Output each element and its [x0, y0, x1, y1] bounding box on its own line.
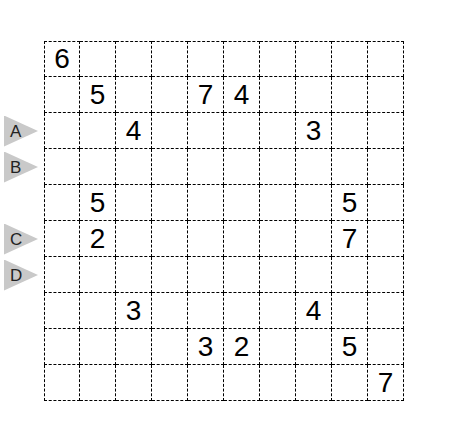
cell-r4c4[interactable]	[152, 149, 188, 185]
cell-r10c6[interactable]	[224, 365, 260, 401]
cell-r7c10[interactable]	[368, 257, 404, 293]
cell-r10c9[interactable]	[332, 365, 368, 401]
cell-r3c6[interactable]	[224, 113, 260, 149]
cell-r8c1[interactable]	[44, 293, 80, 329]
cell-r10c2[interactable]	[80, 365, 116, 401]
cell-r4c6[interactable]	[224, 149, 260, 185]
cell-r8c8[interactable]: 4	[296, 293, 332, 329]
cell-r9c2[interactable]	[80, 329, 116, 365]
puzzle-page: 6574435527343257 ABCD	[0, 0, 449, 442]
cell-r9c4[interactable]	[152, 329, 188, 365]
cell-r8c10[interactable]	[368, 293, 404, 329]
cell-r1c3[interactable]	[116, 41, 152, 77]
cell-r1c7[interactable]	[260, 41, 296, 77]
cell-r3c1[interactable]	[44, 113, 80, 149]
cell-r2c7[interactable]	[260, 77, 296, 113]
cell-r8c7[interactable]	[260, 293, 296, 329]
clue-number: 5	[342, 189, 358, 217]
cell-r7c5[interactable]	[188, 257, 224, 293]
cell-r4c10[interactable]	[368, 149, 404, 185]
cell-r8c9[interactable]	[332, 293, 368, 329]
cell-r6c7[interactable]	[260, 221, 296, 257]
cell-r2c1[interactable]	[44, 77, 80, 113]
cell-r9c8[interactable]	[296, 329, 332, 365]
cell-r2c10[interactable]	[368, 77, 404, 113]
cell-r3c3[interactable]: 4	[116, 113, 152, 149]
cell-r6c1[interactable]	[44, 221, 80, 257]
cell-r2c2[interactable]: 5	[80, 77, 116, 113]
cell-r5c7[interactable]	[260, 185, 296, 221]
cell-r8c6[interactable]	[224, 293, 260, 329]
clue-number: 7	[198, 81, 214, 109]
cell-r6c8[interactable]	[296, 221, 332, 257]
cell-r2c3[interactable]	[116, 77, 152, 113]
cell-r6c3[interactable]	[116, 221, 152, 257]
cell-r9c6[interactable]: 2	[224, 329, 260, 365]
cell-r6c6[interactable]	[224, 221, 260, 257]
cell-r5c1[interactable]	[44, 185, 80, 221]
cell-r10c8[interactable]	[296, 365, 332, 401]
cell-r6c10[interactable]	[368, 221, 404, 257]
cell-r8c2[interactable]	[80, 293, 116, 329]
cell-r3c4[interactable]	[152, 113, 188, 149]
clue-number: 5	[90, 81, 106, 109]
clue-number: 2	[234, 333, 250, 361]
cell-r9c3[interactable]	[116, 329, 152, 365]
cell-r1c2[interactable]	[80, 41, 116, 77]
cell-r5c5[interactable]	[188, 185, 224, 221]
cell-r10c4[interactable]	[152, 365, 188, 401]
cell-r4c1[interactable]	[44, 149, 80, 185]
cell-r6c2[interactable]: 2	[80, 221, 116, 257]
row-marker-label: C	[10, 231, 22, 248]
cell-r1c10[interactable]	[368, 41, 404, 77]
cell-r8c4[interactable]	[152, 293, 188, 329]
cell-r7c9[interactable]	[332, 257, 368, 293]
cell-r4c9[interactable]	[332, 149, 368, 185]
cell-r4c2[interactable]	[80, 149, 116, 185]
cell-r5c10[interactable]	[368, 185, 404, 221]
cell-r2c8[interactable]	[296, 77, 332, 113]
clue-number: 6	[54, 45, 70, 73]
cell-r9c10[interactable]	[368, 329, 404, 365]
puzzle-grid: 6574435527343257	[44, 41, 404, 401]
cell-r2c5[interactable]: 7	[188, 77, 224, 113]
cell-r7c4[interactable]	[152, 257, 188, 293]
clue-number: 3	[306, 117, 322, 145]
cell-r3c2[interactable]	[80, 113, 116, 149]
cell-r4c3[interactable]	[116, 149, 152, 185]
clue-number: 4	[306, 297, 322, 325]
cell-r4c5[interactable]	[188, 149, 224, 185]
clue-number: 5	[90, 189, 106, 217]
cell-r7c1[interactable]	[44, 257, 80, 293]
cell-r1c5[interactable]	[188, 41, 224, 77]
cell-r9c9[interactable]: 5	[332, 329, 368, 365]
cell-r1c4[interactable]	[152, 41, 188, 77]
clue-number: 3	[198, 333, 214, 361]
cell-r5c6[interactable]	[224, 185, 260, 221]
cell-r3c7[interactable]	[260, 113, 296, 149]
cell-r10c10[interactable]: 7	[368, 365, 404, 401]
row-marker-label: B	[10, 159, 21, 176]
cell-r7c2[interactable]	[80, 257, 116, 293]
cell-r5c8[interactable]	[296, 185, 332, 221]
cell-r3c8[interactable]: 3	[296, 113, 332, 149]
clue-number: 4	[126, 117, 142, 145]
row-marker-label: A	[10, 123, 21, 140]
row-marker-d: D	[4, 260, 38, 291]
cell-r6c9[interactable]: 7	[332, 221, 368, 257]
cell-r1c6[interactable]	[224, 41, 260, 77]
cell-r10c7[interactable]	[260, 365, 296, 401]
clue-number: 5	[342, 333, 358, 361]
cell-r3c5[interactable]	[188, 113, 224, 149]
row-marker-c: C	[4, 224, 38, 255]
cell-r10c1[interactable]	[44, 365, 80, 401]
cell-r9c5[interactable]: 3	[188, 329, 224, 365]
cell-r7c6[interactable]	[224, 257, 260, 293]
clue-number: 7	[342, 225, 358, 253]
cell-r3c10[interactable]	[368, 113, 404, 149]
cell-r7c7[interactable]	[260, 257, 296, 293]
cell-r1c8[interactable]	[296, 41, 332, 77]
row-marker-label: D	[10, 267, 22, 284]
row-marker-a: A	[4, 116, 38, 147]
cell-r8c3[interactable]: 3	[116, 293, 152, 329]
cell-r4c8[interactable]	[296, 149, 332, 185]
cell-r6c5[interactable]	[188, 221, 224, 257]
cell-r8c5[interactable]	[188, 293, 224, 329]
cell-r9c1[interactable]	[44, 329, 80, 365]
cell-r5c4[interactable]	[152, 185, 188, 221]
cell-r5c2[interactable]: 5	[80, 185, 116, 221]
cell-r2c6[interactable]: 4	[224, 77, 260, 113]
clue-number: 4	[234, 81, 250, 109]
cell-r7c8[interactable]	[296, 257, 332, 293]
cell-r3c9[interactable]	[332, 113, 368, 149]
clue-number: 3	[126, 297, 142, 325]
cell-r1c1[interactable]: 6	[44, 41, 80, 77]
cell-r7c3[interactable]	[116, 257, 152, 293]
cell-r5c3[interactable]	[116, 185, 152, 221]
cell-r2c9[interactable]	[332, 77, 368, 113]
row-marker-b: B	[4, 152, 38, 183]
cell-r2c4[interactable]	[152, 77, 188, 113]
clue-number: 2	[90, 225, 106, 253]
cell-r4c7[interactable]	[260, 149, 296, 185]
cell-r10c3[interactable]	[116, 365, 152, 401]
cell-r1c9[interactable]	[332, 41, 368, 77]
cell-r5c9[interactable]: 5	[332, 185, 368, 221]
cell-r9c7[interactable]	[260, 329, 296, 365]
cell-r10c5[interactable]	[188, 365, 224, 401]
clue-number: 7	[378, 369, 394, 397]
cell-r6c4[interactable]	[152, 221, 188, 257]
